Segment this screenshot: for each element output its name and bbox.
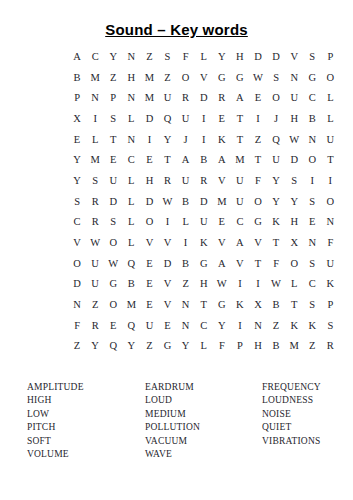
- grid-cell-r15c9: F: [213, 336, 231, 357]
- grid-cell-r9c7: L: [177, 212, 195, 233]
- grid-cell-r1c1: A: [68, 46, 86, 67]
- grid-cell-r10c8: K: [195, 232, 213, 253]
- grid-cell-r15c1: Z: [68, 336, 86, 357]
- grid-cell-r7c7: U: [177, 170, 195, 191]
- grid-cell-r8c2: R: [86, 191, 104, 212]
- grid-cell-r8c11: O: [249, 191, 267, 212]
- grid-cell-r5c7: J: [177, 129, 195, 150]
- grid-cell-r4c3: S: [104, 108, 122, 129]
- grid-cell-r10c15: F: [321, 232, 339, 253]
- grid-cell-r1c13: V: [285, 46, 303, 67]
- grid-cell-r11c8: G: [195, 253, 213, 274]
- grid-cell-r10c4: L: [122, 232, 140, 253]
- grid-cell-r3c3: P: [104, 87, 122, 108]
- word-list-item: AMPLITUDE: [27, 381, 145, 394]
- grid-cell-r7c2: S: [86, 170, 104, 191]
- grid-cell-r12c11: I: [249, 274, 267, 295]
- grid-cell-r11c4: Q: [122, 253, 140, 274]
- grid-cell-r15c12: B: [267, 336, 285, 357]
- grid-cell-r2c8: V: [195, 67, 213, 88]
- word-list-item: MEDIUM: [145, 408, 262, 421]
- grid-cell-r7c8: R: [195, 170, 213, 191]
- grid-cell-r5c3: T: [104, 129, 122, 150]
- grid-cell-r9c11: G: [249, 212, 267, 233]
- grid-cell-r6c12: U: [267, 149, 285, 170]
- grid-cell-r14c3: E: [104, 315, 122, 336]
- grid-cell-r4c6: Q: [158, 108, 176, 129]
- grid-cell-r12c9: W: [213, 274, 231, 295]
- grid-cell-r13c14: S: [303, 294, 321, 315]
- grid-cell-r6c15: T: [321, 149, 339, 170]
- grid-cell-r4c4: L: [122, 108, 140, 129]
- grid-cell-r6c3: E: [104, 149, 122, 170]
- grid-cell-r3c1: P: [68, 87, 86, 108]
- grid-cell-r12c6: V: [158, 274, 176, 295]
- grid-cell-r8c8: D: [195, 191, 213, 212]
- grid-cell-r9c5: O: [140, 212, 158, 233]
- grid-cell-r1c6: S: [158, 46, 176, 67]
- grid-cell-r1c5: Z: [140, 46, 158, 67]
- grid-cell-r13c8: T: [195, 294, 213, 315]
- grid-cell-r5c11: Z: [249, 129, 267, 150]
- grid-cell-r9c9: E: [213, 212, 231, 233]
- grid-cell-r12c12: W: [267, 274, 285, 295]
- grid-cell-r10c9: V: [213, 232, 231, 253]
- grid-cell-r11c13: O: [285, 253, 303, 274]
- word-list-column-2: EARDRUMLOUDMEDIUMPOLLUTIONVACUUMWAVE: [145, 381, 262, 461]
- grid-cell-r13c13: T: [285, 294, 303, 315]
- grid-cell-r8c9: M: [213, 191, 231, 212]
- grid-cell-r10c10: A: [231, 232, 249, 253]
- grid-cell-r8c4: L: [122, 191, 140, 212]
- grid-cell-r5c13: W: [285, 129, 303, 150]
- grid-cell-r5c4: N: [122, 129, 140, 150]
- grid-cell-r4c1: X: [68, 108, 86, 129]
- grid-cell-r10c14: N: [303, 232, 321, 253]
- grid-cell-r3c10: A: [231, 87, 249, 108]
- grid-cell-r4c7: U: [177, 108, 195, 129]
- grid-cell-r1c11: D: [249, 46, 267, 67]
- grid-cell-r6c5: E: [140, 149, 158, 170]
- grid-cell-r11c9: A: [213, 253, 231, 274]
- grid-cell-r11c10: V: [231, 253, 249, 274]
- grid-cell-r12c4: B: [122, 274, 140, 295]
- grid-cell-r2c9: G: [213, 67, 231, 88]
- word-list-item: PITCH: [27, 421, 145, 434]
- grid-cell-r12c8: H: [195, 274, 213, 295]
- grid-cell-r11c11: T: [249, 253, 267, 274]
- grid-cell-r8c1: S: [68, 191, 86, 212]
- grid-cell-r3c12: O: [267, 87, 285, 108]
- grid-cell-r3c6: U: [158, 87, 176, 108]
- grid-cell-r4c13: H: [285, 108, 303, 129]
- grid-cell-r13c15: P: [321, 294, 339, 315]
- grid-cell-r12c14: C: [303, 274, 321, 295]
- grid-cell-r3c7: R: [177, 87, 195, 108]
- grid-cell-r8c5: D: [140, 191, 158, 212]
- word-list-item: FREQUENCY: [262, 381, 352, 394]
- grid-cell-r14c7: N: [177, 315, 195, 336]
- grid-cell-r14c6: E: [158, 315, 176, 336]
- grid-cell-r15c6: G: [158, 336, 176, 357]
- grid-cell-r1c14: S: [303, 46, 321, 67]
- grid-cell-r11c2: U: [86, 253, 104, 274]
- grid-cell-r14c8: C: [195, 315, 213, 336]
- grid-cell-r11c7: B: [177, 253, 195, 274]
- grid-cell-r1c4: N: [122, 46, 140, 67]
- grid-cell-r9c4: L: [122, 212, 140, 233]
- grid-cell-r15c15: R: [321, 336, 339, 357]
- grid-cell-r7c14: I: [303, 170, 321, 191]
- word-list-item: LOW: [27, 408, 145, 421]
- grid-cell-r8c10: U: [231, 191, 249, 212]
- grid-cell-r1c15: P: [321, 46, 339, 67]
- grid-cell-r1c3: Y: [104, 46, 122, 67]
- grid-cell-r2c1: B: [68, 67, 86, 88]
- grid-cell-r4c5: D: [140, 108, 158, 129]
- grid-cell-r6c14: O: [303, 149, 321, 170]
- grid-cell-r14c5: U: [140, 315, 158, 336]
- grid-cell-r13c7: N: [177, 294, 195, 315]
- grid-cell-r10c11: V: [249, 232, 267, 253]
- grid-cell-r7c11: F: [249, 170, 267, 191]
- grid-cell-r10c1: V: [68, 232, 86, 253]
- grid-cell-r11c5: E: [140, 253, 158, 274]
- grid-cell-r5c14: N: [303, 129, 321, 150]
- grid-cell-r3c8: D: [195, 87, 213, 108]
- grid-cell-r13c5: E: [140, 294, 158, 315]
- page-title: Sound – Key words: [0, 21, 353, 38]
- grid-cell-r7c13: S: [285, 170, 303, 191]
- grid-cell-r15c8: L: [195, 336, 213, 357]
- grid-cell-r5c15: U: [321, 129, 339, 150]
- grid-cell-r14c1: F: [68, 315, 86, 336]
- grid-cell-r12c3: G: [104, 274, 122, 295]
- grid-cell-r11c6: D: [158, 253, 176, 274]
- grid-cell-r10c3: O: [104, 232, 122, 253]
- grid-cell-r12c7: Z: [177, 274, 195, 295]
- grid-cell-r4c11: I: [249, 108, 267, 129]
- grid-cell-r12c5: E: [140, 274, 158, 295]
- grid-cell-r14c2: R: [86, 315, 104, 336]
- grid-cell-r14c12: Z: [267, 315, 285, 336]
- word-list-item: VOLUME: [27, 448, 145, 461]
- grid-cell-r15c5: Z: [140, 336, 158, 357]
- grid-cell-r10c12: T: [267, 232, 285, 253]
- grid-cell-r15c7: Y: [177, 336, 195, 357]
- grid-cell-r10c6: V: [158, 232, 176, 253]
- grid-cell-r7c4: L: [122, 170, 140, 191]
- grid-cell-r7c6: R: [158, 170, 176, 191]
- grid-cell-r5c5: I: [140, 129, 158, 150]
- grid-cell-r4c14: B: [303, 108, 321, 129]
- grid-cell-r2c4: H: [122, 67, 140, 88]
- grid-cell-r15c11: H: [249, 336, 267, 357]
- word-list-item: LOUDNESS: [262, 394, 352, 407]
- word-list-item: NOISE: [262, 408, 352, 421]
- grid-cell-r3c2: N: [86, 87, 104, 108]
- grid-cell-r8c7: B: [177, 191, 195, 212]
- grid-cell-r6c7: A: [177, 149, 195, 170]
- grid-cell-r6c10: M: [231, 149, 249, 170]
- grid-cell-r5c12: Q: [267, 129, 285, 150]
- grid-cell-r15c13: M: [285, 336, 303, 357]
- grid-cell-r15c10: P: [231, 336, 249, 357]
- grid-cell-r1c12: D: [267, 46, 285, 67]
- grid-cell-r4c12: J: [267, 108, 285, 129]
- grid-cell-r2c2: M: [86, 67, 104, 88]
- grid-cell-r2c12: S: [267, 67, 285, 88]
- grid-cell-r2c11: W: [249, 67, 267, 88]
- grid-cell-r6c11: T: [249, 149, 267, 170]
- grid-cell-r9c8: U: [195, 212, 213, 233]
- worksheet-page: Sound – Key words ACYNZSFLYHDDVSPBMZHMZO…: [0, 0, 353, 500]
- grid-cell-r9c13: H: [285, 212, 303, 233]
- grid-cell-r15c4: Y: [122, 336, 140, 357]
- grid-cell-r14c9: Y: [213, 315, 231, 336]
- grid-cell-r13c10: K: [231, 294, 249, 315]
- grid-cell-r8c13: Y: [285, 191, 303, 212]
- grid-cell-r9c2: R: [86, 212, 104, 233]
- grid-cell-r8c14: S: [303, 191, 321, 212]
- grid-cell-r4c8: I: [195, 108, 213, 129]
- grid-cell-r7c15: I: [321, 170, 339, 191]
- grid-cell-r13c6: V: [158, 294, 176, 315]
- word-search-grid: ACYNZSFLYHDDVSPBMZHMZOVGGWSNGOPNPNMURDRA…: [68, 46, 339, 356]
- word-list-item: QUIET: [262, 421, 352, 434]
- grid-cell-r2c5: M: [140, 67, 158, 88]
- grid-cell-r11c1: O: [68, 253, 86, 274]
- grid-cell-r5c1: E: [68, 129, 86, 150]
- word-list-item: EARDRUM: [145, 381, 262, 394]
- word-list-item: POLLUTION: [145, 421, 262, 434]
- grid-cell-r13c3: O: [104, 294, 122, 315]
- grid-cell-r11c14: S: [303, 253, 321, 274]
- grid-cell-r2c7: O: [177, 67, 195, 88]
- grid-cell-r13c12: B: [267, 294, 285, 315]
- grid-cell-r6c2: M: [86, 149, 104, 170]
- grid-cell-r6c13: D: [285, 149, 303, 170]
- grid-cell-r3c9: R: [213, 87, 231, 108]
- grid-cell-r11c3: W: [104, 253, 122, 274]
- grid-cell-r2c13: N: [285, 67, 303, 88]
- grid-cell-r7c5: H: [140, 170, 158, 191]
- grid-cell-r9c6: I: [158, 212, 176, 233]
- grid-cell-r3c13: U: [285, 87, 303, 108]
- grid-cell-r5c9: K: [213, 129, 231, 150]
- grid-cell-r8c3: D: [104, 191, 122, 212]
- grid-cell-r1c10: H: [231, 46, 249, 67]
- grid-cell-r12c15: K: [321, 274, 339, 295]
- grid-cell-r10c2: W: [86, 232, 104, 253]
- grid-cell-r7c1: Y: [68, 170, 86, 191]
- grid-cell-r14c13: K: [285, 315, 303, 336]
- grid-cell-r8c12: Y: [267, 191, 285, 212]
- word-list-column-1: AMPLITUDEHIGHLOWPITCHSOFTVOLUME: [27, 381, 145, 461]
- grid-cell-r6c8: B: [195, 149, 213, 170]
- grid-cell-r3c14: C: [303, 87, 321, 108]
- grid-cell-r4c10: T: [231, 108, 249, 129]
- grid-cell-r7c9: V: [213, 170, 231, 191]
- grid-cell-r12c2: U: [86, 274, 104, 295]
- grid-cell-r12c13: L: [285, 274, 303, 295]
- word-list-item: HIGH: [27, 394, 145, 407]
- grid-cell-r1c9: Y: [213, 46, 231, 67]
- word-list-item: SOFT: [27, 435, 145, 448]
- grid-cell-r14c4: Q: [122, 315, 140, 336]
- grid-cell-r7c10: U: [231, 170, 249, 191]
- grid-cell-r9c1: C: [68, 212, 86, 233]
- grid-cell-r9c12: K: [267, 212, 285, 233]
- word-list-item: WAVE: [145, 448, 262, 461]
- grid-cell-r5c10: T: [231, 129, 249, 150]
- grid-cell-r8c6: W: [158, 191, 176, 212]
- grid-cell-r11c12: F: [267, 253, 285, 274]
- grid-cell-r9c14: E: [303, 212, 321, 233]
- grid-cell-r15c3: Q: [104, 336, 122, 357]
- grid-cell-r10c7: I: [177, 232, 195, 253]
- grid-cell-r10c5: V: [140, 232, 158, 253]
- grid-cell-r13c11: X: [249, 294, 267, 315]
- grid-cell-r15c2: Y: [86, 336, 104, 357]
- grid-cell-r4c15: L: [321, 108, 339, 129]
- grid-cell-r13c4: M: [122, 294, 140, 315]
- grid-cell-r8c15: O: [321, 191, 339, 212]
- grid-cell-r4c2: I: [86, 108, 104, 129]
- grid-cell-r9c15: N: [321, 212, 339, 233]
- grid-cell-r2c10: G: [231, 67, 249, 88]
- grid-cell-r3c4: N: [122, 87, 140, 108]
- word-list-column-3: FREQUENCYLOUDNESSNOISEQUIETVIBRATIONS: [262, 381, 352, 461]
- grid-cell-r6c4: C: [122, 149, 140, 170]
- grid-cell-r2c3: Z: [104, 67, 122, 88]
- grid-cell-r14c11: N: [249, 315, 267, 336]
- grid-cell-r12c10: I: [231, 274, 249, 295]
- word-list: AMPLITUDEHIGHLOWPITCHSOFTVOLUME EARDRUML…: [27, 381, 352, 461]
- grid-cell-r13c9: G: [213, 294, 231, 315]
- grid-cell-r7c12: Y: [267, 170, 285, 191]
- grid-cell-r5c2: L: [86, 129, 104, 150]
- grid-cell-r9c10: C: [231, 212, 249, 233]
- grid-cell-r6c1: Y: [68, 149, 86, 170]
- grid-cell-r13c2: Z: [86, 294, 104, 315]
- grid-cell-r13c1: N: [68, 294, 86, 315]
- grid-cell-r7c3: U: [104, 170, 122, 191]
- grid-cell-r14c14: K: [303, 315, 321, 336]
- grid-cell-r5c6: Y: [158, 129, 176, 150]
- grid-cell-r2c15: O: [321, 67, 339, 88]
- grid-cell-r1c2: C: [86, 46, 104, 67]
- grid-cell-r14c10: I: [231, 315, 249, 336]
- word-list-item: LOUD: [145, 394, 262, 407]
- grid-cell-r4c9: E: [213, 108, 231, 129]
- grid-cell-r14c15: S: [321, 315, 339, 336]
- grid-cell-r12c1: D: [68, 274, 86, 295]
- grid-cell-r1c7: F: [177, 46, 195, 67]
- grid-cell-r1c8: L: [195, 46, 213, 67]
- grid-cell-r3c11: E: [249, 87, 267, 108]
- grid-cell-r15c14: Z: [303, 336, 321, 357]
- grid-cell-r5c8: I: [195, 129, 213, 150]
- grid-cell-r2c14: G: [303, 67, 321, 88]
- grid-cell-r11c15: U: [321, 253, 339, 274]
- grid-cell-r10c13: X: [285, 232, 303, 253]
- word-list-item: VIBRATIONS: [262, 435, 352, 448]
- word-list-item: VACUUM: [145, 435, 262, 448]
- grid-cell-r9c3: S: [104, 212, 122, 233]
- grid-cell-r3c15: L: [321, 87, 339, 108]
- grid-cell-r6c9: A: [213, 149, 231, 170]
- grid-cell-r3c5: M: [140, 87, 158, 108]
- grid-cell-r6c6: T: [158, 149, 176, 170]
- grid-cell-r2c6: Z: [158, 67, 176, 88]
